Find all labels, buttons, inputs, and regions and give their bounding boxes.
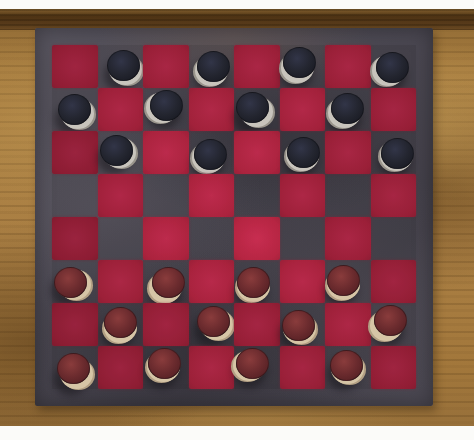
board-square[interactable] xyxy=(143,131,189,174)
board-square[interactable] xyxy=(280,45,326,88)
board-square[interactable] xyxy=(143,174,189,217)
checker-piece-red[interactable] xyxy=(330,350,363,381)
checker-piece-black[interactable] xyxy=(381,138,414,169)
photo-background xyxy=(0,0,474,440)
board-square[interactable] xyxy=(325,174,371,217)
board-square[interactable] xyxy=(280,346,326,389)
checkers-board xyxy=(35,28,433,406)
checker-piece-red[interactable] xyxy=(374,305,407,336)
board-square[interactable] xyxy=(325,346,371,389)
board-square[interactable] xyxy=(143,303,189,346)
board-square[interactable] xyxy=(52,260,98,303)
board-square[interactable] xyxy=(52,303,98,346)
board-square[interactable] xyxy=(234,217,280,260)
checker-piece-black[interactable] xyxy=(58,94,91,125)
checker-piece-black[interactable] xyxy=(287,137,320,168)
checker-piece-red[interactable] xyxy=(236,348,269,379)
checker-piece-red[interactable] xyxy=(152,267,185,298)
checker-piece-red[interactable] xyxy=(327,265,360,296)
board-square[interactable] xyxy=(234,303,280,346)
board-square[interactable] xyxy=(325,131,371,174)
board-square[interactable] xyxy=(371,174,417,217)
board-square[interactable] xyxy=(371,346,417,389)
board-square[interactable] xyxy=(52,217,98,260)
board-square[interactable] xyxy=(325,303,371,346)
board-square[interactable] xyxy=(143,260,189,303)
board-square[interactable] xyxy=(189,303,235,346)
board-square[interactable] xyxy=(189,217,235,260)
checker-piece-black[interactable] xyxy=(100,135,133,166)
board-square[interactable] xyxy=(143,45,189,88)
board-square[interactable] xyxy=(98,303,144,346)
board-square[interactable] xyxy=(52,131,98,174)
checker-piece-black[interactable] xyxy=(107,50,140,81)
checker-piece-red[interactable] xyxy=(57,353,90,384)
board-square[interactable] xyxy=(143,346,189,389)
board-grid xyxy=(52,45,416,389)
checker-piece-red[interactable] xyxy=(54,267,87,298)
checker-piece-black[interactable] xyxy=(194,139,227,170)
board-square[interactable] xyxy=(52,346,98,389)
board-square[interactable] xyxy=(234,45,280,88)
checker-piece-red[interactable] xyxy=(104,307,137,338)
board-square[interactable] xyxy=(52,45,98,88)
checker-piece-black[interactable] xyxy=(197,51,230,82)
board-square[interactable] xyxy=(98,45,144,88)
board-square[interactable] xyxy=(189,88,235,131)
checker-piece-red[interactable] xyxy=(148,348,181,379)
board-square[interactable] xyxy=(234,346,280,389)
board-square[interactable] xyxy=(189,260,235,303)
board-square[interactable] xyxy=(189,346,235,389)
checker-piece-black[interactable] xyxy=(150,90,183,121)
checker-piece-black[interactable] xyxy=(236,92,269,123)
board-square[interactable] xyxy=(280,303,326,346)
board-square[interactable] xyxy=(143,88,189,131)
board-square[interactable] xyxy=(52,88,98,131)
board-square[interactable] xyxy=(234,174,280,217)
board-square[interactable] xyxy=(280,131,326,174)
board-square[interactable] xyxy=(371,131,417,174)
checker-piece-black[interactable] xyxy=(283,47,316,78)
board-square[interactable] xyxy=(371,303,417,346)
board-square[interactable] xyxy=(234,131,280,174)
board-square[interactable] xyxy=(371,217,417,260)
board-square[interactable] xyxy=(371,88,417,131)
checker-piece-red[interactable] xyxy=(237,267,270,298)
board-square[interactable] xyxy=(234,88,280,131)
board-square[interactable] xyxy=(280,260,326,303)
board-square[interactable] xyxy=(98,217,144,260)
board-square[interactable] xyxy=(371,260,417,303)
board-square[interactable] xyxy=(325,260,371,303)
board-square[interactable] xyxy=(52,174,98,217)
board-square[interactable] xyxy=(280,88,326,131)
table-edge xyxy=(0,9,474,30)
board-square[interactable] xyxy=(98,131,144,174)
board-square[interactable] xyxy=(98,88,144,131)
board-square[interactable] xyxy=(98,174,144,217)
board-square[interactable] xyxy=(325,45,371,88)
board-square[interactable] xyxy=(143,217,189,260)
board-square[interactable] xyxy=(325,217,371,260)
checker-piece-red[interactable] xyxy=(197,306,230,337)
checker-piece-black[interactable] xyxy=(376,52,409,83)
board-square[interactable] xyxy=(371,45,417,88)
board-square[interactable] xyxy=(98,346,144,389)
checker-piece-red[interactable] xyxy=(282,310,315,341)
board-square[interactable] xyxy=(325,88,371,131)
board-square[interactable] xyxy=(280,217,326,260)
board-square[interactable] xyxy=(189,45,235,88)
board-square[interactable] xyxy=(280,174,326,217)
board-square[interactable] xyxy=(189,174,235,217)
board-square[interactable] xyxy=(234,260,280,303)
board-square[interactable] xyxy=(98,260,144,303)
board-square[interactable] xyxy=(189,131,235,174)
checker-piece-black[interactable] xyxy=(331,93,364,124)
